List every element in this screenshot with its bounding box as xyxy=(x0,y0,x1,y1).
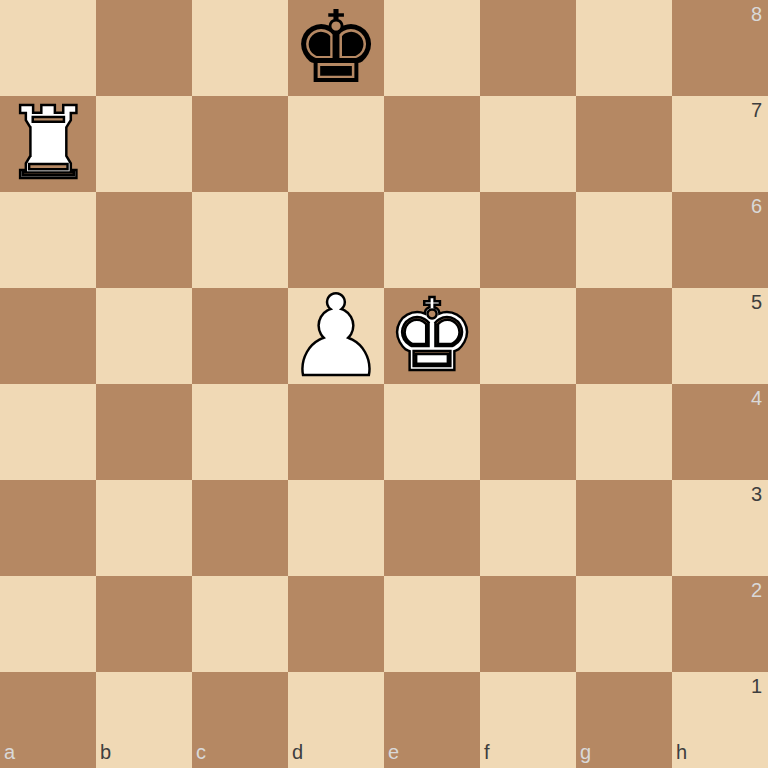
square-c8[interactable] xyxy=(192,0,288,96)
square-c3[interactable] xyxy=(192,480,288,576)
square-d5[interactable]: ♟ xyxy=(288,288,384,384)
square-d8[interactable]: ♚ xyxy=(288,0,384,96)
square-g1[interactable]: g xyxy=(576,672,672,768)
square-d4[interactable] xyxy=(288,384,384,480)
square-h1[interactable]: 1h xyxy=(672,672,768,768)
square-c6[interactable] xyxy=(192,192,288,288)
square-f5[interactable] xyxy=(480,288,576,384)
file-label-f: f xyxy=(484,742,490,762)
square-b2[interactable] xyxy=(96,576,192,672)
square-h8[interactable]: 8 xyxy=(672,0,768,96)
square-h6[interactable]: 6 xyxy=(672,192,768,288)
square-a4[interactable] xyxy=(0,384,96,480)
square-e8[interactable] xyxy=(384,0,480,96)
square-c2[interactable] xyxy=(192,576,288,672)
square-f6[interactable] xyxy=(480,192,576,288)
square-g3[interactable] xyxy=(576,480,672,576)
square-f7[interactable] xyxy=(480,96,576,192)
square-g5[interactable] xyxy=(576,288,672,384)
square-g2[interactable] xyxy=(576,576,672,672)
rank-label-2: 2 xyxy=(751,580,762,600)
file-label-h: h xyxy=(676,742,687,762)
square-e5[interactable]: ♚ xyxy=(384,288,480,384)
square-h4[interactable]: 4 xyxy=(672,384,768,480)
rank-label-1: 1 xyxy=(751,676,762,696)
square-h2[interactable]: 2 xyxy=(672,576,768,672)
square-e6[interactable] xyxy=(384,192,480,288)
square-e3[interactable] xyxy=(384,480,480,576)
file-label-b: b xyxy=(100,742,111,762)
square-a1[interactable]: a xyxy=(0,672,96,768)
black-king[interactable]: ♚ xyxy=(291,0,381,96)
square-d7[interactable] xyxy=(288,96,384,192)
square-a6[interactable] xyxy=(0,192,96,288)
file-label-g: g xyxy=(580,742,591,762)
file-label-c: c xyxy=(196,742,206,762)
square-b5[interactable] xyxy=(96,288,192,384)
square-b6[interactable] xyxy=(96,192,192,288)
square-a2[interactable] xyxy=(0,576,96,672)
square-a5[interactable] xyxy=(0,288,96,384)
square-g6[interactable] xyxy=(576,192,672,288)
square-a7[interactable]: ♜ xyxy=(0,96,96,192)
square-h7[interactable]: 7 xyxy=(672,96,768,192)
square-f8[interactable] xyxy=(480,0,576,96)
square-h3[interactable]: 3 xyxy=(672,480,768,576)
square-f4[interactable] xyxy=(480,384,576,480)
square-a8[interactable] xyxy=(0,0,96,96)
rank-label-5: 5 xyxy=(751,292,762,312)
rank-label-4: 4 xyxy=(751,388,762,408)
square-e4[interactable] xyxy=(384,384,480,480)
square-f1[interactable]: f xyxy=(480,672,576,768)
square-g4[interactable] xyxy=(576,384,672,480)
square-f3[interactable] xyxy=(480,480,576,576)
square-f2[interactable] xyxy=(480,576,576,672)
rank-label-3: 3 xyxy=(751,484,762,504)
square-h5[interactable]: 5 xyxy=(672,288,768,384)
square-b8[interactable] xyxy=(96,0,192,96)
white-rook[interactable]: ♜ xyxy=(3,96,93,192)
rank-label-8: 8 xyxy=(751,4,762,24)
square-d1[interactable]: d xyxy=(288,672,384,768)
square-a3[interactable] xyxy=(0,480,96,576)
square-d3[interactable] xyxy=(288,480,384,576)
square-b4[interactable] xyxy=(96,384,192,480)
rank-label-7: 7 xyxy=(751,100,762,120)
square-c5[interactable] xyxy=(192,288,288,384)
square-d2[interactable] xyxy=(288,576,384,672)
white-king[interactable]: ♚ xyxy=(387,288,477,384)
chess-board: ♚8♜76♟♚5432abcdefg1h xyxy=(0,0,768,768)
square-e2[interactable] xyxy=(384,576,480,672)
square-g7[interactable] xyxy=(576,96,672,192)
square-b3[interactable] xyxy=(96,480,192,576)
square-b7[interactable] xyxy=(96,96,192,192)
file-label-d: d xyxy=(292,742,303,762)
square-c7[interactable] xyxy=(192,96,288,192)
square-b1[interactable]: b xyxy=(96,672,192,768)
white-pawn[interactable]: ♟ xyxy=(286,288,386,384)
square-c4[interactable] xyxy=(192,384,288,480)
square-e7[interactable] xyxy=(384,96,480,192)
square-g8[interactable] xyxy=(576,0,672,96)
square-c1[interactable]: c xyxy=(192,672,288,768)
rank-label-6: 6 xyxy=(751,196,762,216)
file-label-e: e xyxy=(388,742,399,762)
file-label-a: a xyxy=(4,742,15,762)
square-e1[interactable]: e xyxy=(384,672,480,768)
